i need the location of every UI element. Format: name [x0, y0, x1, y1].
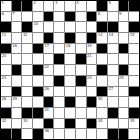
white-cell[interactable] [119, 87, 129, 97]
white-cell[interactable]: 28 [1, 97, 11, 107]
white-cell[interactable] [119, 33, 129, 43]
white-cell[interactable] [22, 97, 32, 107]
black-cell [22, 108, 32, 118]
white-cell[interactable]: 36 [44, 129, 54, 139]
black-cell [76, 76, 86, 86]
crossword-puzzle: 1234567891011121314151617181920212223242… [0, 0, 140, 140]
white-cell[interactable]: 31 [44, 108, 54, 118]
black-cell [1, 22, 11, 32]
black-cell [129, 1, 139, 11]
white-cell[interactable] [54, 129, 64, 139]
black-cell [65, 12, 75, 22]
clue-number: 13 [98, 33, 103, 38]
white-cell[interactable] [108, 119, 118, 129]
white-cell[interactable] [129, 12, 139, 22]
white-cell[interactable] [44, 76, 54, 86]
clue-number: 3 [55, 1, 57, 6]
white-cell[interactable] [87, 87, 97, 97]
black-cell [1, 108, 11, 118]
white-cell[interactable] [54, 44, 64, 54]
white-cell[interactable] [76, 33, 86, 43]
black-cell [119, 129, 129, 139]
clue-number: 1 [2, 1, 4, 6]
white-cell[interactable] [54, 33, 64, 43]
white-cell[interactable] [97, 76, 107, 86]
black-cell [97, 87, 107, 97]
white-cell[interactable] [108, 65, 118, 75]
white-cell[interactable] [108, 44, 118, 54]
white-cell[interactable] [87, 129, 97, 139]
clue-number: 4 [76, 1, 78, 6]
white-cell[interactable]: 9 [119, 12, 129, 22]
clue-number: 27 [108, 87, 113, 92]
white-cell[interactable]: 25 [119, 76, 129, 86]
clue-number: 24 [87, 76, 92, 81]
clue-number: 33 [23, 119, 28, 124]
black-cell [1, 44, 11, 54]
white-cell[interactable] [65, 1, 75, 11]
white-cell[interactable] [108, 97, 118, 107]
clue-number: 11 [2, 33, 7, 38]
black-cell [44, 97, 54, 107]
white-cell[interactable] [65, 87, 75, 97]
white-cell[interactable] [33, 33, 43, 43]
clue-number: 8 [98, 12, 100, 17]
white-cell[interactable] [97, 108, 107, 118]
black-cell [119, 1, 129, 11]
white-cell[interactable] [22, 129, 32, 139]
white-cell[interactable] [33, 12, 43, 22]
white-cell[interactable] [12, 22, 22, 32]
black-cell [65, 33, 75, 43]
white-cell[interactable] [76, 12, 86, 22]
black-cell [119, 65, 129, 75]
white-cell[interactable] [108, 12, 118, 22]
white-cell[interactable]: 30 [97, 97, 107, 107]
black-cell [87, 12, 97, 22]
white-cell[interactable]: 29 [12, 97, 22, 107]
clue-number: 5 [108, 1, 110, 6]
clue-number: 21 [87, 54, 92, 59]
white-cell[interactable] [44, 54, 54, 64]
white-cell[interactable] [87, 108, 97, 118]
black-cell [97, 65, 107, 75]
clue-number: 34 [98, 119, 103, 124]
white-cell[interactable] [129, 97, 139, 107]
white-cell[interactable] [54, 87, 64, 97]
white-cell[interactable] [22, 65, 32, 75]
black-cell [1, 129, 11, 139]
white-cell[interactable]: 23 [1, 76, 11, 86]
black-cell [12, 65, 22, 75]
white-cell[interactable] [65, 65, 75, 75]
white-cell[interactable] [12, 108, 22, 118]
white-cell[interactable]: 34 [97, 119, 107, 129]
white-cell[interactable] [87, 65, 97, 75]
white-cell[interactable] [76, 97, 86, 107]
white-cell[interactable] [129, 65, 139, 75]
black-cell [108, 22, 118, 32]
white-cell[interactable] [108, 76, 118, 86]
clue-number: 19 [87, 44, 92, 49]
white-cell[interactable] [54, 22, 64, 32]
white-cell[interactable]: 22 [44, 65, 54, 75]
white-cell[interactable] [129, 44, 139, 54]
white-cell[interactable] [119, 22, 129, 32]
black-cell [129, 87, 139, 97]
black-cell [44, 33, 54, 43]
white-cell[interactable] [129, 129, 139, 139]
black-cell [97, 22, 107, 32]
white-cell[interactable]: 8 [97, 12, 107, 22]
white-cell[interactable] [65, 54, 75, 64]
white-cell[interactable] [54, 65, 64, 75]
clue-number: 20 [2, 54, 7, 59]
black-cell [12, 87, 22, 97]
clue-number: 36 [44, 129, 49, 134]
white-cell[interactable] [76, 44, 86, 54]
white-cell[interactable] [44, 1, 54, 11]
clue-number: 6 [2, 12, 4, 17]
white-cell[interactable]: 33 [22, 119, 32, 129]
white-cell[interactable] [22, 54, 32, 64]
white-cell[interactable] [1, 65, 11, 75]
white-cell[interactable] [119, 108, 129, 118]
clue-number: 28 [2, 97, 7, 102]
clue-number: 17 [44, 44, 49, 49]
white-cell[interactable] [33, 76, 43, 86]
black-cell [33, 87, 43, 97]
white-cell[interactable] [22, 87, 32, 97]
white-cell[interactable] [54, 97, 64, 107]
black-cell [97, 1, 107, 11]
black-cell [44, 119, 54, 129]
white-cell[interactable]: 10 [33, 22, 43, 32]
black-cell [108, 129, 118, 139]
white-cell[interactable] [129, 54, 139, 64]
black-cell [22, 1, 32, 11]
black-cell [54, 54, 64, 64]
white-cell[interactable]: 20 [1, 54, 11, 64]
white-cell[interactable] [22, 44, 32, 54]
white-cell[interactable]: 26 [44, 87, 54, 97]
clue-number: 35 [130, 119, 135, 124]
black-cell [129, 22, 139, 32]
black-cell [33, 65, 43, 75]
white-cell[interactable] [33, 97, 43, 107]
black-cell [33, 129, 43, 139]
clue-number: 7 [12, 12, 14, 17]
clue-number: 14 [108, 33, 113, 38]
white-cell[interactable]: 5 [108, 1, 118, 11]
white-cell[interactable]: 32 [1, 119, 11, 129]
white-cell[interactable] [33, 54, 43, 64]
white-cell[interactable]: 12 [22, 33, 32, 43]
white-cell[interactable]: 2 [33, 1, 43, 11]
white-cell[interactable]: 11 [1, 33, 11, 43]
black-cell [33, 108, 43, 118]
white-cell[interactable]: 24 [87, 76, 97, 86]
black-cell [97, 44, 107, 54]
white-cell[interactable] [87, 22, 97, 32]
clue-number: 25 [119, 76, 124, 81]
clue-number: 15 [130, 33, 135, 38]
clue-number: 22 [44, 65, 49, 70]
white-cell[interactable] [44, 22, 54, 32]
white-cell[interactable] [76, 65, 86, 75]
white-cell[interactable] [65, 108, 75, 118]
white-cell[interactable] [87, 1, 97, 11]
black-cell [108, 108, 118, 118]
white-cell[interactable] [54, 108, 64, 118]
white-cell[interactable] [97, 129, 107, 139]
clue-number: 2 [34, 1, 36, 6]
crossword-board: 1234567891011121314151617181920212223242… [0, 0, 140, 140]
white-cell[interactable] [22, 76, 32, 86]
white-cell[interactable]: 16 [12, 44, 22, 54]
white-cell[interactable] [1, 87, 11, 97]
black-cell [119, 44, 129, 54]
black-cell [87, 33, 97, 43]
white-cell[interactable]: 27 [108, 87, 118, 97]
white-cell[interactable]: 19 [87, 44, 97, 54]
white-cell[interactable] [108, 54, 118, 64]
white-cell[interactable] [12, 54, 22, 64]
clue-number: 10 [34, 22, 39, 27]
black-cell [65, 119, 75, 129]
black-cell [44, 12, 54, 22]
clue-number: 32 [2, 119, 7, 124]
clue-number: 18 [66, 44, 71, 49]
black-cell [87, 97, 97, 107]
white-cell[interactable] [33, 119, 43, 129]
white-cell[interactable] [12, 119, 22, 129]
black-cell [129, 108, 139, 118]
white-cell[interactable] [12, 33, 22, 43]
black-cell [33, 44, 43, 54]
white-cell[interactable] [119, 54, 129, 64]
white-cell[interactable] [76, 129, 86, 139]
white-cell[interactable] [22, 12, 32, 22]
white-cell[interactable]: 1 [1, 1, 11, 11]
white-cell[interactable]: 21 [87, 54, 97, 64]
white-cell[interactable] [76, 22, 86, 32]
clue-number: 23 [2, 76, 7, 81]
white-cell[interactable]: 14 [108, 33, 118, 43]
black-cell [65, 97, 75, 107]
clue-number: 29 [12, 97, 17, 102]
white-cell[interactable] [76, 108, 86, 118]
clue-number: 12 [23, 33, 28, 38]
white-cell[interactable] [119, 119, 129, 129]
white-cell[interactable] [76, 87, 86, 97]
black-cell [12, 1, 22, 11]
clue-number: 30 [98, 97, 103, 102]
clue-number: 31 [44, 108, 49, 113]
white-cell[interactable] [54, 119, 64, 129]
white-cell[interactable]: 4 [76, 1, 86, 11]
white-cell[interactable]: 6 [1, 12, 11, 22]
white-cell[interactable] [129, 76, 139, 86]
white-cell[interactable]: 15 [129, 33, 139, 43]
white-cell[interactable] [54, 12, 64, 22]
black-cell [12, 129, 22, 139]
white-cell[interactable] [12, 76, 22, 86]
white-cell[interactable] [119, 97, 129, 107]
white-cell[interactable] [65, 22, 75, 32]
clue-number: 26 [44, 87, 49, 92]
white-cell[interactable]: 7 [12, 12, 22, 22]
white-cell[interactable] [97, 54, 107, 64]
white-cell[interactable]: 3 [54, 1, 64, 11]
white-cell[interactable]: 18 [65, 44, 75, 54]
clue-number: 9 [119, 12, 121, 17]
white-cell[interactable] [65, 76, 75, 86]
black-cell [54, 76, 64, 86]
clue-number: 16 [12, 44, 17, 49]
black-cell [76, 54, 86, 64]
white-cell[interactable] [65, 129, 75, 139]
white-cell[interactable]: 17 [44, 44, 54, 54]
black-cell [22, 22, 32, 32]
white-cell[interactable] [76, 119, 86, 129]
white-cell[interactable]: 35 [129, 119, 139, 129]
white-cell[interactable]: 13 [97, 33, 107, 43]
black-cell [87, 119, 97, 129]
